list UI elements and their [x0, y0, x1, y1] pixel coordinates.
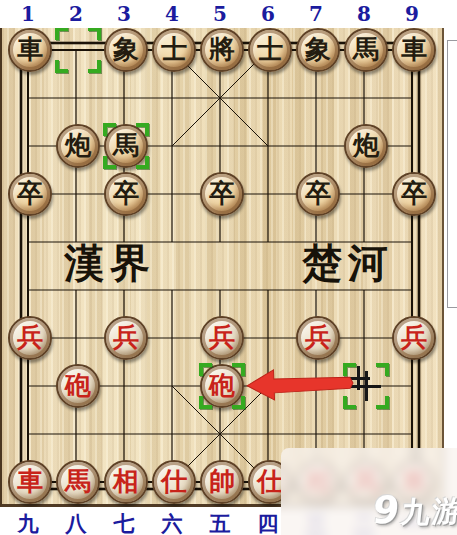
rank-label-6: 四: [254, 510, 282, 535]
piece-black-炮[interactable]: 炮: [56, 124, 100, 168]
file-label-2: 2: [62, 2, 90, 26]
piece-glyph: 相: [113, 468, 139, 494]
piece-glyph: 兵: [305, 324, 331, 350]
xiangqi-app-window: 123456789 漢界 楚河: [0, 0, 457, 535]
panel-border-top: [447, 40, 457, 41]
file-label-9: 9: [398, 2, 426, 26]
file-label-7: 7: [302, 2, 330, 26]
piece-glyph: 炮: [65, 132, 91, 158]
piece-red-砲[interactable]: 砲: [56, 364, 100, 408]
9game-logo-icon: 9: [370, 488, 401, 533]
piece-black-炮[interactable]: 炮: [344, 124, 388, 168]
piece-black-馬[interactable]: 馬: [104, 124, 148, 168]
panel-border-line: [447, 40, 448, 308]
piece-glyph: 車: [401, 36, 427, 62]
rank-label-2: 八: [62, 510, 90, 535]
piece-glyph: 車: [17, 468, 43, 494]
9game-watermark-logo: 9 九游: [370, 485, 457, 534]
file-label-8: 8: [350, 2, 378, 26]
file-label-5: 5: [206, 2, 234, 26]
rank-label-1: 九: [14, 510, 42, 535]
rank-label-3: 七: [110, 510, 138, 535]
piece-black-卒[interactable]: 卒: [8, 172, 52, 216]
piece-black-士[interactable]: 士: [152, 28, 196, 72]
piece-black-馬[interactable]: 馬: [344, 28, 388, 72]
piece-glyph: 象: [305, 36, 331, 62]
piece-glyph: 砲: [65, 372, 91, 398]
piece-red-相[interactable]: 相: [104, 460, 148, 504]
piece-glyph: 卒: [17, 180, 43, 206]
piece-glyph: 卒: [209, 180, 235, 206]
piece-black-象[interactable]: 象: [104, 28, 148, 72]
piece-black-將[interactable]: 將: [200, 28, 244, 72]
piece-red-兵[interactable]: 兵: [104, 316, 148, 360]
crosshair-cursor[interactable]: [343, 363, 389, 409]
piece-glyph: 馬: [353, 36, 379, 62]
piece-black-卒[interactable]: 卒: [392, 172, 436, 216]
piece-black-卒[interactable]: 卒: [200, 172, 244, 216]
file-label-6: 6: [254, 2, 282, 26]
piece-red-車[interactable]: 車: [8, 460, 52, 504]
piece-glyph: 炮: [353, 132, 379, 158]
piece-black-車[interactable]: 車: [392, 28, 436, 72]
piece-red-帥[interactable]: 帥: [200, 460, 244, 504]
piece-black-士[interactable]: 士: [248, 28, 292, 72]
piece-glyph: 象: [113, 36, 139, 62]
piece-glyph: 車: [17, 36, 43, 62]
piece-red-馬[interactable]: 馬: [56, 460, 100, 504]
river-text-hanjie: 漢界: [64, 239, 156, 287]
top-file-labels: 123456789: [0, 0, 457, 28]
piece-black-卒[interactable]: 卒: [296, 172, 340, 216]
piece-black-象[interactable]: 象: [296, 28, 340, 72]
xiangqi-board[interactable]: 漢界 楚河 車象士將士象馬車炮馬炮卒卒卒卒卒兵兵兵兵兵砲砲車馬相仕帥仕相馬車: [0, 28, 444, 507]
piece-red-兵[interactable]: 兵: [200, 316, 244, 360]
piece-glyph: 仕: [257, 468, 283, 494]
file-label-3: 3: [110, 2, 138, 26]
watermark-blur-overlay: 9 九游: [281, 448, 457, 535]
piece-glyph: 馬: [113, 132, 139, 158]
piece-glyph: 兵: [113, 324, 139, 350]
rank-label-4: 六: [158, 510, 186, 535]
piece-glyph: 帥: [209, 468, 235, 494]
piece-glyph: 卒: [113, 180, 139, 206]
piece-glyph: 仕: [161, 468, 187, 494]
piece-glyph: 卒: [305, 180, 331, 206]
file-label-1: 1: [14, 2, 42, 26]
piece-glyph: 將: [209, 36, 235, 62]
rank-label-5: 五: [206, 510, 234, 535]
piece-red-仕[interactable]: 仕: [152, 460, 196, 504]
piece-black-車[interactable]: 車: [8, 28, 52, 72]
piece-black-卒[interactable]: 卒: [104, 172, 148, 216]
file-label-4: 4: [158, 2, 186, 26]
piece-glyph: 馬: [65, 468, 91, 494]
piece-red-兵[interactable]: 兵: [8, 316, 52, 360]
piece-glyph: 士: [257, 36, 283, 62]
piece-glyph: 砲: [209, 372, 235, 398]
piece-glyph: 兵: [401, 324, 427, 350]
piece-glyph: 卒: [401, 180, 427, 206]
piece-glyph: 士: [161, 36, 187, 62]
panel-border-bottom: [447, 307, 457, 308]
piece-glyph: 兵: [209, 324, 235, 350]
piece-red-砲[interactable]: 砲: [200, 364, 244, 408]
piece-glyph: 兵: [17, 324, 43, 350]
piece-red-兵[interactable]: 兵: [392, 316, 436, 360]
river-text-chuhe: 楚河: [302, 239, 394, 287]
piece-red-兵[interactable]: 兵: [296, 316, 340, 360]
